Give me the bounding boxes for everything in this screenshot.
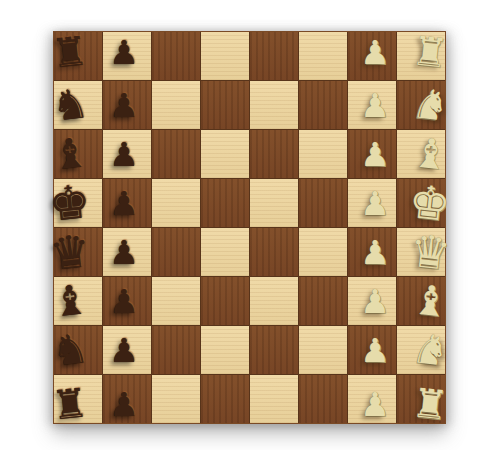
square-r8c2[interactable]: ♟ [103, 375, 151, 423]
square-r3c2[interactable]: ♟ [103, 130, 151, 178]
square-r2c5[interactable] [250, 81, 298, 129]
piece-black-pawn[interactable]: ♟ [109, 138, 139, 171]
square-r8c7[interactable]: ♟ [348, 375, 396, 423]
square-r7c4[interactable] [201, 326, 249, 374]
square-r3c8[interactable]: ♝ [397, 130, 445, 178]
square-r1c7[interactable]: ♟ [348, 32, 396, 80]
piece-black-bishop[interactable]: ♝ [50, 132, 91, 177]
piece-black-pawn[interactable]: ♟ [109, 187, 139, 220]
square-r1c2[interactable]: ♟ [103, 32, 151, 80]
piece-black-knight[interactable]: ♞ [50, 83, 91, 128]
square-r3c3[interactable] [152, 130, 200, 178]
piece-black-pawn[interactable]: ♟ [109, 36, 139, 69]
piece-white-knight[interactable]: ♞ [410, 83, 451, 128]
square-r5c6[interactable] [299, 228, 347, 276]
square-r2c4[interactable] [201, 81, 249, 129]
square-r1c1[interactable]: ♜ [54, 32, 102, 80]
square-r8c4[interactable] [201, 375, 249, 423]
square-r5c5[interactable] [250, 228, 298, 276]
photo-background: ♜♟♟♜♞♟♟♞♝♟♟♝♚♟♟♚♛♟♟♛♝♟♟♝♞♟♟♞♜♟♟♜ [0, 0, 500, 450]
square-r7c7[interactable]: ♟ [348, 326, 396, 374]
square-r2c7[interactable]: ♟ [348, 81, 396, 129]
square-r7c6[interactable] [299, 326, 347, 374]
square-r5c4[interactable] [201, 228, 249, 276]
piece-white-rook[interactable]: ♜ [410, 30, 450, 74]
piece-white-rook[interactable]: ♜ [410, 382, 450, 426]
piece-black-queen[interactable]: ♛ [48, 228, 93, 277]
square-r8c1[interactable]: ♜ [54, 375, 102, 423]
square-r8c6[interactable] [299, 375, 347, 423]
piece-black-rook[interactable]: ♜ [50, 382, 90, 426]
square-r7c2[interactable]: ♟ [103, 326, 151, 374]
square-r2c2[interactable]: ♟ [103, 81, 151, 129]
square-r1c4[interactable] [201, 32, 249, 80]
square-r4c7[interactable]: ♟ [348, 179, 396, 227]
square-r6c5[interactable] [250, 277, 298, 325]
square-r8c8[interactable]: ♜ [397, 375, 445, 423]
square-r3c1[interactable]: ♝ [54, 130, 102, 178]
piece-black-knight[interactable]: ♞ [50, 328, 91, 373]
square-r7c3[interactable] [152, 326, 200, 374]
piece-white-bishop[interactable]: ♝ [410, 132, 451, 177]
piece-white-pawn[interactable]: ♟ [360, 334, 390, 367]
square-r5c2[interactable]: ♟ [103, 228, 151, 276]
square-r6c3[interactable] [152, 277, 200, 325]
square-r2c3[interactable] [152, 81, 200, 129]
piece-black-pawn[interactable]: ♟ [109, 285, 139, 318]
piece-black-king[interactable]: ♚ [47, 178, 93, 228]
piece-white-queen[interactable]: ♛ [408, 228, 453, 277]
square-r2c8[interactable]: ♞ [397, 81, 445, 129]
square-r4c2[interactable]: ♟ [103, 179, 151, 227]
square-r4c5[interactable] [250, 179, 298, 227]
square-r6c1[interactable]: ♝ [54, 277, 102, 325]
square-r4c1[interactable]: ♚ [54, 179, 102, 227]
square-r1c3[interactable] [152, 32, 200, 80]
square-r4c6[interactable] [299, 179, 347, 227]
square-r5c1[interactable]: ♛ [54, 228, 102, 276]
square-r4c8[interactable]: ♚ [397, 179, 445, 227]
piece-white-knight[interactable]: ♞ [410, 328, 451, 373]
chess-board: ♜♟♟♜♞♟♟♞♝♟♟♝♚♟♟♚♛♟♟♛♝♟♟♝♞♟♟♞♜♟♟♜ [53, 31, 446, 424]
piece-white-pawn[interactable]: ♟ [360, 388, 390, 421]
piece-white-pawn[interactable]: ♟ [360, 285, 390, 318]
square-r7c1[interactable]: ♞ [54, 326, 102, 374]
square-r1c5[interactable] [250, 32, 298, 80]
square-r6c7[interactable]: ♟ [348, 277, 396, 325]
square-r6c4[interactable] [201, 277, 249, 325]
square-r2c1[interactable]: ♞ [54, 81, 102, 129]
square-r1c6[interactable] [299, 32, 347, 80]
piece-black-pawn[interactable]: ♟ [109, 89, 139, 122]
square-r6c8[interactable]: ♝ [397, 277, 445, 325]
square-r7c8[interactable]: ♞ [397, 326, 445, 374]
piece-black-pawn[interactable]: ♟ [109, 236, 139, 269]
square-r8c3[interactable] [152, 375, 200, 423]
square-r3c7[interactable]: ♟ [348, 130, 396, 178]
square-r3c5[interactable] [250, 130, 298, 178]
piece-white-pawn[interactable]: ♟ [360, 187, 390, 220]
square-r4c3[interactable] [152, 179, 200, 227]
square-r5c3[interactable] [152, 228, 200, 276]
square-r6c6[interactable] [299, 277, 347, 325]
piece-black-pawn[interactable]: ♟ [109, 388, 139, 421]
piece-white-pawn[interactable]: ♟ [360, 236, 390, 269]
piece-black-pawn[interactable]: ♟ [109, 334, 139, 367]
square-r2c6[interactable] [299, 81, 347, 129]
piece-white-pawn[interactable]: ♟ [360, 89, 390, 122]
piece-black-bishop[interactable]: ♝ [50, 279, 91, 324]
piece-white-pawn[interactable]: ♟ [360, 36, 390, 69]
square-r8c5[interactable] [250, 375, 298, 423]
piece-white-king[interactable]: ♚ [407, 178, 453, 228]
square-r5c8[interactable]: ♛ [397, 228, 445, 276]
square-r5c7[interactable]: ♟ [348, 228, 396, 276]
square-r6c2[interactable]: ♟ [103, 277, 151, 325]
square-r7c5[interactable] [250, 326, 298, 374]
square-r1c8[interactable]: ♜ [397, 32, 445, 80]
piece-white-bishop[interactable]: ♝ [410, 279, 451, 324]
piece-white-pawn[interactable]: ♟ [360, 138, 390, 171]
square-r3c4[interactable] [201, 130, 249, 178]
square-r3c6[interactable] [299, 130, 347, 178]
square-r4c4[interactable] [201, 179, 249, 227]
piece-black-rook[interactable]: ♜ [50, 30, 90, 74]
